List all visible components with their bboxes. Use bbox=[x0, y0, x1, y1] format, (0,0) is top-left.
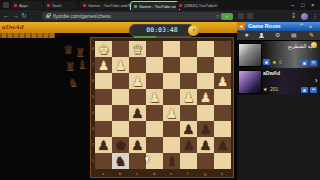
square-h5[interactable] bbox=[214, 89, 231, 105]
chess-board[interactable]: ♚♛♟♟♟♟♟♟♟♟♟♟♟♟♚♟♟♟♟♞♝ bbox=[95, 41, 231, 169]
piece-black-pawn[interactable]: ♟ bbox=[214, 137, 231, 153]
piece-black-knight[interactable]: ♞ bbox=[112, 153, 129, 169]
browser-tab[interactable]: (18845) YouTube bbox=[176, 1, 218, 9]
captured-black-n: ♞ bbox=[68, 76, 78, 89]
file-label: h bbox=[221, 171, 223, 176]
square-e3[interactable] bbox=[163, 121, 180, 137]
rank-label: 2 bbox=[91, 143, 95, 147]
extension-icon[interactable] bbox=[238, 13, 244, 19]
square-d8[interactable] bbox=[146, 41, 163, 57]
game-clock: 00:03:48 › bbox=[129, 24, 195, 37]
square-e6[interactable] bbox=[163, 73, 180, 89]
square-h6[interactable]: ♟ bbox=[214, 73, 231, 89]
square-e4[interactable]: ♟ bbox=[163, 105, 180, 121]
square-g8[interactable] bbox=[197, 41, 214, 57]
panel-title: Game Room bbox=[248, 23, 280, 29]
banner-substrip bbox=[0, 33, 55, 38]
piece-white-pawn[interactable]: ♟ bbox=[180, 89, 197, 105]
square-h2[interactable]: ♟ bbox=[214, 137, 231, 153]
rank-label: 4 bbox=[91, 111, 95, 115]
piece-black-bishop[interactable]: ♝ bbox=[163, 153, 180, 169]
square-e1[interactable]: ♝ bbox=[163, 153, 180, 169]
rank-label: 6 bbox=[91, 79, 95, 83]
tab-label: Tools bbox=[52, 3, 61, 8]
square-b3[interactable] bbox=[112, 121, 129, 137]
square-f8[interactable] bbox=[180, 41, 197, 57]
rating-star-icon: ★ bbox=[263, 86, 267, 92]
square-e7[interactable] bbox=[163, 57, 180, 73]
player-card-self[interactable]: aDwAd ★ 201 ✉ › bbox=[237, 68, 320, 95]
square-g6[interactable] bbox=[197, 73, 214, 89]
browser-tab[interactable]: Tools bbox=[44, 1, 76, 9]
favorites-star-icon[interactable]: ★ bbox=[244, 32, 249, 39]
rating-star-icon: ★ bbox=[272, 59, 276, 65]
piece-white-king[interactable]: ♚ bbox=[95, 41, 112, 57]
square-c2[interactable]: ♟ bbox=[129, 137, 146, 153]
captured-black-r: ♜ bbox=[65, 60, 75, 73]
square-d3[interactable] bbox=[146, 121, 163, 137]
square-d4[interactable] bbox=[146, 105, 163, 121]
tab-label: Gamer - YouTube and Blo... bbox=[88, 3, 130, 8]
chat-area[interactable] bbox=[237, 95, 320, 180]
file-label: a bbox=[102, 171, 104, 176]
square-f2[interactable]: ♟ bbox=[180, 137, 197, 153]
captured-black-pieces-tray: ♛♜♜♝♞ bbox=[58, 40, 90, 100]
edit-pencil-icon[interactable]: ✎ bbox=[309, 32, 314, 39]
piece-white-pawn[interactable]: ♟ bbox=[197, 89, 214, 105]
square-h4[interactable] bbox=[214, 105, 231, 121]
adblock-extension-icon[interactable]: ✓ bbox=[221, 13, 233, 20]
chevron-right-icon[interactable]: › bbox=[315, 77, 317, 84]
id-card-icon[interactable]: ▤ bbox=[291, 32, 297, 39]
close-button[interactable]: × bbox=[311, 1, 315, 9]
square-e2[interactable] bbox=[163, 137, 180, 153]
clock-value: 00:03:48 bbox=[146, 26, 177, 34]
file-label: f bbox=[187, 171, 188, 176]
piece-white-pawn[interactable]: ♟ bbox=[95, 57, 112, 73]
file-label: c bbox=[136, 171, 138, 176]
captured-black-q: ♛ bbox=[63, 43, 73, 56]
reload-icon[interactable]: ↻ bbox=[21, 12, 27, 20]
square-c4[interactable]: ♟ bbox=[129, 105, 146, 121]
webcam-icon[interactable] bbox=[263, 59, 270, 65]
self-name: aDwAd bbox=[263, 70, 280, 76]
square-a7[interactable]: ♟ bbox=[95, 57, 112, 73]
square-a5[interactable] bbox=[95, 89, 112, 105]
square-c5[interactable] bbox=[129, 89, 146, 105]
tab-favicon bbox=[134, 5, 137, 8]
opponent-avatar bbox=[238, 43, 262, 67]
players-icon[interactable] bbox=[259, 33, 264, 38]
square-f7[interactable] bbox=[180, 57, 197, 73]
square-a4[interactable] bbox=[95, 105, 112, 121]
site-logo: aDwAd bbox=[2, 23, 23, 31]
square-b4[interactable] bbox=[112, 105, 129, 121]
settings-gear-icon[interactable]: ⚙ bbox=[275, 32, 280, 39]
square-a8[interactable]: ♚ bbox=[95, 41, 112, 57]
square-d5[interactable]: ♟ bbox=[146, 89, 163, 105]
square-a2[interactable]: ♟ bbox=[95, 137, 112, 153]
panel-logo-icon[interactable]: ◄ bbox=[237, 22, 245, 30]
file-label: d bbox=[153, 171, 155, 176]
square-c8[interactable]: ♛ bbox=[129, 41, 146, 57]
player-card-opponent[interactable]: لعبة الشطرنج ★ 0 ✉ bbox=[237, 41, 320, 68]
square-b6[interactable] bbox=[112, 73, 129, 89]
coin-icon bbox=[311, 42, 317, 48]
file-label: b bbox=[119, 171, 121, 176]
url-text: flyordie.com/games/chess bbox=[53, 13, 111, 19]
browser-tab[interactable]: Gamer - YouTube and Blo... bbox=[80, 1, 130, 9]
mail-icon[interactable]: ✉ bbox=[310, 87, 317, 93]
square-e8[interactable] bbox=[163, 41, 180, 57]
tab-label: (18845) YouTube bbox=[184, 3, 215, 8]
clock-progress-bar bbox=[134, 36, 156, 38]
square-c3[interactable] bbox=[129, 121, 146, 137]
piece-black-king[interactable]: ♚ bbox=[112, 137, 129, 153]
square-c7[interactable] bbox=[129, 57, 146, 73]
piece-black-pawn[interactable]: ♟ bbox=[129, 105, 146, 121]
lock-icon bbox=[46, 15, 50, 18]
piece-black-pawn[interactable]: ♟ bbox=[95, 137, 112, 153]
game-room-panel: ◄ Game Room ⌃ » ★ ⚙ ▤ ✎ لعبة الشطرنج ★ 0 bbox=[237, 22, 320, 180]
maximize-button[interactable]: □ bbox=[301, 1, 305, 9]
piece-black-pawn[interactable]: ♟ bbox=[197, 121, 214, 137]
webcam-icon[interactable] bbox=[301, 87, 308, 93]
file-label: e bbox=[170, 171, 172, 176]
piece-white-queen[interactable]: ♛ bbox=[129, 41, 146, 57]
square-g5[interactable]: ♟ bbox=[197, 89, 214, 105]
square-f3[interactable]: ♟ bbox=[180, 121, 197, 137]
rank-label: 7 bbox=[91, 63, 95, 67]
piece-black-pawn[interactable]: ♟ bbox=[180, 137, 197, 153]
panel-toolbar: ★ ⚙ ▤ ✎ bbox=[237, 31, 320, 41]
self-avatar bbox=[238, 70, 262, 94]
piece-black-pawn[interactable]: ♟ bbox=[197, 137, 214, 153]
go-button[interactable]: › bbox=[188, 25, 199, 36]
square-b7[interactable]: ♟ bbox=[112, 57, 129, 73]
expand-icon[interactable]: » bbox=[309, 23, 312, 29]
chess-board-frame: ♚♛♟♟♟♟♟♟♟♟♟♟♟♟♚♟♟♟♟♞♝ 87654321 abcdefgh bbox=[90, 37, 234, 178]
piece-white-pawn[interactable]: ♟ bbox=[146, 89, 163, 105]
square-h8[interactable] bbox=[214, 41, 231, 57]
chevron-up-icon[interactable]: ⌃ bbox=[299, 22, 304, 29]
webcam-icon[interactable] bbox=[301, 60, 308, 66]
browser-profile-avatar[interactable] bbox=[301, 13, 308, 20]
square-g7[interactable] bbox=[197, 57, 214, 73]
captured-black-b: ♝ bbox=[77, 58, 87, 71]
rank-label: 3 bbox=[91, 127, 95, 131]
back-icon[interactable]: ← bbox=[3, 12, 10, 20]
url-field[interactable]: flyordie.com/games/chess ☆ bbox=[42, 12, 224, 20]
browser-tab[interactable]: Apps bbox=[11, 1, 43, 9]
square-h1[interactable] bbox=[214, 153, 231, 169]
extension-icon[interactable] bbox=[247, 13, 253, 19]
piece-black-pawn[interactable]: ♟ bbox=[129, 137, 146, 153]
square-f5[interactable]: ♟ bbox=[180, 89, 197, 105]
square-g3[interactable]: ♟ bbox=[197, 121, 214, 137]
square-f1[interactable] bbox=[180, 153, 197, 169]
square-d2[interactable] bbox=[146, 137, 163, 153]
screen: AppsToolsGamer - YouTube and Blo...Gamer… bbox=[0, 0, 320, 180]
square-g2[interactable]: ♟ bbox=[197, 137, 214, 153]
rank-label: 5 bbox=[91, 95, 95, 99]
piece-black-pawn[interactable]: ♟ bbox=[180, 121, 197, 137]
tab-favicon bbox=[179, 4, 182, 7]
rank-label: 1 bbox=[91, 159, 95, 163]
square-b2[interactable]: ♚ bbox=[112, 137, 129, 153]
square-a6[interactable] bbox=[95, 73, 112, 89]
square-a1[interactable] bbox=[95, 153, 112, 169]
bookmark-star-icon[interactable]: ☆ bbox=[216, 13, 220, 19]
piece-white-pawn[interactable]: ♟ bbox=[129, 73, 146, 89]
browser-logo-icon bbox=[3, 2, 9, 8]
forward-icon[interactable]: → bbox=[12, 12, 19, 20]
square-g4[interactable] bbox=[197, 105, 214, 121]
panel-header: ◄ Game Room ⌃ » bbox=[237, 22, 320, 31]
rank-label: 8 bbox=[91, 47, 95, 51]
square-d7[interactable] bbox=[146, 57, 163, 73]
mail-icon[interactable]: ✉ bbox=[310, 60, 317, 66]
minimize-button[interactable]: − bbox=[291, 1, 295, 9]
file-label: g bbox=[204, 171, 206, 176]
tab-favicon bbox=[14, 4, 17, 7]
self-rating: 201 bbox=[270, 86, 278, 92]
square-h7[interactable] bbox=[214, 57, 231, 73]
piece-white-pawn[interactable]: ♟ bbox=[112, 57, 129, 73]
square-b8[interactable] bbox=[112, 41, 129, 57]
piece-white-pawn[interactable]: ♟ bbox=[214, 73, 231, 89]
browser-menu-icon[interactable]: ⋮ bbox=[312, 12, 318, 20]
tab-label: Gamer - YouTube and Blo... bbox=[139, 4, 180, 9]
square-b1[interactable]: ♞ bbox=[112, 153, 129, 169]
browser-tab-bar: AppsToolsGamer - YouTube and Blo...Gamer… bbox=[0, 0, 320, 10]
square-e5[interactable] bbox=[163, 89, 180, 105]
tab-favicon bbox=[83, 4, 86, 7]
tab-favicon bbox=[47, 4, 50, 7]
download-icon[interactable]: ↧ bbox=[291, 12, 296, 20]
opponent-rating: 0 bbox=[279, 59, 282, 65]
page-content: aDwAd 00:03:48 › ♛♜♜♝♞ ♜♝♞♝ ♚♛♟♟♟♟♟♟♟♟♟♟… bbox=[0, 22, 320, 180]
square-c1[interactable] bbox=[129, 153, 146, 169]
square-c6[interactable]: ♟ bbox=[129, 73, 146, 89]
tab-label: Apps bbox=[19, 3, 28, 8]
square-h3[interactable] bbox=[214, 121, 231, 137]
square-g1[interactable] bbox=[197, 153, 214, 169]
square-b5[interactable] bbox=[112, 89, 129, 105]
piece-white-pawn[interactable]: ♟ bbox=[163, 105, 180, 121]
square-f4[interactable] bbox=[180, 105, 197, 121]
new-tab-button[interactable]: + bbox=[214, 2, 218, 8]
square-f6[interactable] bbox=[180, 73, 197, 89]
square-d6[interactable] bbox=[146, 73, 163, 89]
square-a3[interactable] bbox=[95, 121, 112, 137]
